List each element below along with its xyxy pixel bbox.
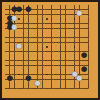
white-stone: ● bbox=[35, 80, 41, 87]
star-point[interactable]: ● bbox=[17, 45, 22, 50]
white-stone: ● bbox=[76, 11, 82, 18]
intersection[interactable]: ● bbox=[12, 26, 17, 31]
intersection[interactable]: ● bbox=[82, 54, 87, 59]
black-stone: ● bbox=[25, 76, 31, 83]
black-stone: ● bbox=[7, 76, 13, 83]
intersection[interactable]: ● bbox=[77, 77, 82, 82]
intersection[interactable] bbox=[86, 86, 91, 91]
intersection[interactable]: ● bbox=[35, 82, 40, 87]
intersection[interactable]: ● bbox=[7, 77, 12, 82]
white-stone: ● bbox=[16, 43, 22, 50]
intersection[interactable]: ● bbox=[26, 7, 31, 12]
black-stone: ● bbox=[81, 53, 87, 60]
black-stone: ● bbox=[16, 6, 22, 13]
intersection[interactable]: ● bbox=[82, 68, 87, 73]
white-stone: ● bbox=[76, 76, 82, 83]
intersection[interactable]: ● bbox=[26, 77, 31, 82]
black-stone: ● bbox=[25, 6, 31, 13]
intersection[interactable]: ● bbox=[77, 12, 82, 17]
intersection[interactable]: ● bbox=[17, 7, 22, 12]
white-stone: ● bbox=[11, 25, 17, 32]
go-board: ●●●●●●●●●●●●●●●●● bbox=[0, 0, 100, 100]
black-stone: ● bbox=[81, 66, 87, 73]
board-grid: ●●●●●●●●●●●●●●●●● bbox=[3, 3, 91, 91]
